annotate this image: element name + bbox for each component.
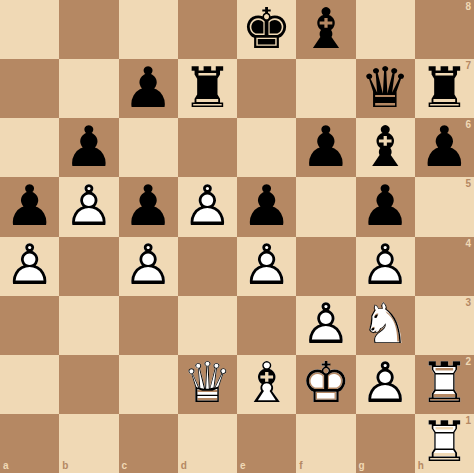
file-label-d: d — [181, 461, 187, 471]
square-g5[interactable]: ♟ — [356, 177, 415, 236]
black-bishop[interactable]: ♝ — [356, 118, 415, 177]
square-d2[interactable]: ♛♕ — [178, 355, 237, 414]
white-pawn[interactable]: ♟♙ — [59, 177, 118, 236]
black-rook[interactable]: ♜ — [415, 59, 474, 118]
square-d8[interactable] — [178, 0, 237, 59]
black-pawn[interactable]: ♟ — [59, 118, 118, 177]
square-d6[interactable] — [178, 118, 237, 177]
rank-label-4: 4 — [465, 239, 471, 249]
black-king[interactable]: ♚ — [237, 0, 296, 59]
file-label-e: e — [240, 461, 246, 471]
white-pawn[interactable]: ♟♙ — [0, 237, 59, 296]
square-g4[interactable]: ♟♙ — [356, 237, 415, 296]
black-bishop[interactable]: ♝ — [296, 0, 355, 59]
square-d3[interactable] — [178, 296, 237, 355]
square-c7[interactable]: ♟ — [119, 59, 178, 118]
file-label-a: a — [3, 461, 9, 471]
black-rook[interactable]: ♜ — [178, 59, 237, 118]
square-f4[interactable] — [296, 237, 355, 296]
white-queen[interactable]: ♛♕ — [178, 355, 237, 414]
square-e8[interactable]: ♚ — [237, 0, 296, 59]
chess-board: ♚♝8♟♜♛7♜♟♟♝6♟♟♟♙♟♟♙♟♟5♟♙♟♙♟♙♟♙4♟♙♞♘3♛♕♝♗… — [0, 0, 474, 473]
white-pawn[interactable]: ♟♙ — [356, 355, 415, 414]
square-h1[interactable]: 1h♜♖ — [415, 414, 474, 473]
square-g2[interactable]: ♟♙ — [356, 355, 415, 414]
square-a1[interactable]: a — [0, 414, 59, 473]
square-g3[interactable]: ♞♘ — [356, 296, 415, 355]
square-f5[interactable] — [296, 177, 355, 236]
white-bishop[interactable]: ♝♗ — [237, 355, 296, 414]
square-h3[interactable]: 3 — [415, 296, 474, 355]
square-c6[interactable] — [119, 118, 178, 177]
square-g7[interactable]: ♛ — [356, 59, 415, 118]
rank-label-3: 3 — [465, 298, 471, 308]
square-f6[interactable]: ♟ — [296, 118, 355, 177]
white-king[interactable]: ♚♔ — [296, 355, 355, 414]
square-b6[interactable]: ♟ — [59, 118, 118, 177]
file-label-f: f — [299, 461, 302, 471]
white-pawn[interactable]: ♟♙ — [296, 296, 355, 355]
black-pawn[interactable]: ♟ — [296, 118, 355, 177]
square-h8[interactable]: 8 — [415, 0, 474, 59]
file-label-c: c — [122, 461, 128, 471]
rank-label-8: 8 — [465, 2, 471, 12]
square-e5[interactable]: ♟ — [237, 177, 296, 236]
square-f2[interactable]: ♚♔ — [296, 355, 355, 414]
square-c1[interactable]: c — [119, 414, 178, 473]
square-b1[interactable]: b — [59, 414, 118, 473]
black-pawn[interactable]: ♟ — [415, 118, 474, 177]
file-label-g: g — [359, 461, 365, 471]
white-pawn[interactable]: ♟♙ — [119, 237, 178, 296]
square-e2[interactable]: ♝♗ — [237, 355, 296, 414]
square-a7[interactable] — [0, 59, 59, 118]
black-pawn[interactable]: ♟ — [237, 177, 296, 236]
square-f1[interactable]: f — [296, 414, 355, 473]
square-d4[interactable] — [178, 237, 237, 296]
square-a4[interactable]: ♟♙ — [0, 237, 59, 296]
square-c8[interactable] — [119, 0, 178, 59]
square-h5[interactable]: 5 — [415, 177, 474, 236]
square-a5[interactable]: ♟ — [0, 177, 59, 236]
square-f3[interactable]: ♟♙ — [296, 296, 355, 355]
white-pawn[interactable]: ♟♙ — [356, 237, 415, 296]
square-g8[interactable] — [356, 0, 415, 59]
square-g1[interactable]: g — [356, 414, 415, 473]
white-rook[interactable]: ♜♖ — [415, 414, 474, 473]
square-c2[interactable] — [119, 355, 178, 414]
file-label-b: b — [62, 461, 68, 471]
rank-label-5: 5 — [465, 179, 471, 189]
square-a2[interactable] — [0, 355, 59, 414]
square-b3[interactable] — [59, 296, 118, 355]
square-h6[interactable]: 6♟ — [415, 118, 474, 177]
square-a3[interactable] — [0, 296, 59, 355]
square-a8[interactable] — [0, 0, 59, 59]
square-h2[interactable]: 2♜♖ — [415, 355, 474, 414]
square-e7[interactable] — [237, 59, 296, 118]
square-b2[interactable] — [59, 355, 118, 414]
black-queen[interactable]: ♛ — [356, 59, 415, 118]
square-b4[interactable] — [59, 237, 118, 296]
square-f8[interactable]: ♝ — [296, 0, 355, 59]
white-knight[interactable]: ♞♘ — [356, 296, 415, 355]
square-c4[interactable]: ♟♙ — [119, 237, 178, 296]
square-b8[interactable] — [59, 0, 118, 59]
square-d7[interactable]: ♜ — [178, 59, 237, 118]
square-e1[interactable]: e — [237, 414, 296, 473]
white-pawn[interactable]: ♟♙ — [178, 177, 237, 236]
square-c3[interactable] — [119, 296, 178, 355]
square-c5[interactable]: ♟ — [119, 177, 178, 236]
white-rook[interactable]: ♜♖ — [415, 355, 474, 414]
square-h4[interactable]: 4 — [415, 237, 474, 296]
square-b7[interactable] — [59, 59, 118, 118]
square-e3[interactable] — [237, 296, 296, 355]
square-e6[interactable] — [237, 118, 296, 177]
square-b5[interactable]: ♟♙ — [59, 177, 118, 236]
square-e4[interactable]: ♟♙ — [237, 237, 296, 296]
black-pawn[interactable]: ♟ — [356, 177, 415, 236]
white-pawn[interactable]: ♟♙ — [237, 237, 296, 296]
black-pawn[interactable]: ♟ — [119, 177, 178, 236]
square-g6[interactable]: ♝ — [356, 118, 415, 177]
black-pawn[interactable]: ♟ — [0, 177, 59, 236]
square-d1[interactable]: d — [178, 414, 237, 473]
square-d5[interactable]: ♟♙ — [178, 177, 237, 236]
square-a6[interactable] — [0, 118, 59, 177]
square-h7[interactable]: 7♜ — [415, 59, 474, 118]
black-pawn[interactable]: ♟ — [119, 59, 178, 118]
square-f7[interactable] — [296, 59, 355, 118]
